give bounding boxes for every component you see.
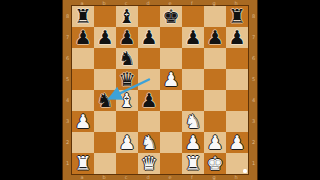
- black-rook[interactable]: ♜: [226, 6, 248, 27]
- coord-top-a: a: [71, 0, 93, 6]
- square-d3[interactable]: [138, 111, 160, 132]
- square-d6[interactable]: [138, 48, 160, 69]
- square-g5[interactable]: [204, 69, 226, 90]
- board-grid: ♜♝♚♜♟♟♟♟♟♟♟♞♛♟♞♝♟♟♞♟♞♟♟♟♜♛♜♚: [72, 6, 248, 174]
- white-pawn[interactable]: ♟: [72, 111, 94, 132]
- square-e4[interactable]: [160, 90, 182, 111]
- white-knight[interactable]: ♞: [182, 111, 204, 132]
- square-b2[interactable]: [94, 132, 116, 153]
- square-h7[interactable]: ♟: [226, 27, 248, 48]
- black-pawn[interactable]: ♟: [204, 27, 226, 48]
- coord-left-8: 8: [63, 13, 72, 19]
- coord-left-2: 2: [63, 139, 72, 145]
- black-bishop[interactable]: ♝: [116, 6, 138, 27]
- white-rook[interactable]: ♜: [72, 153, 94, 174]
- square-a3[interactable]: ♟: [72, 111, 94, 132]
- square-g3[interactable]: [204, 111, 226, 132]
- coord-bottom-e: e: [159, 174, 181, 180]
- square-g6[interactable]: [204, 48, 226, 69]
- square-f4[interactable]: [182, 90, 204, 111]
- black-king[interactable]: ♚: [160, 6, 182, 27]
- black-pawn[interactable]: ♟: [72, 27, 94, 48]
- square-g1[interactable]: ♚: [204, 153, 226, 174]
- square-b6[interactable]: [94, 48, 116, 69]
- square-a6[interactable]: [72, 48, 94, 69]
- square-c1[interactable]: [116, 153, 138, 174]
- coord-right-3: 3: [248, 118, 259, 124]
- coord-right-7: 7: [248, 34, 259, 40]
- square-e8[interactable]: ♚: [160, 6, 182, 27]
- square-b7[interactable]: ♟: [94, 27, 116, 48]
- square-d4[interactable]: ♟: [138, 90, 160, 111]
- square-g4[interactable]: [204, 90, 226, 111]
- coord-top-e: e: [159, 0, 181, 6]
- square-c5[interactable]: ♛: [116, 69, 138, 90]
- square-a8[interactable]: ♜: [72, 6, 94, 27]
- board-frame: ♜♝♚♜♟♟♟♟♟♟♟♞♛♟♞♝♟♟♞♟♞♟♟♟♜♛♜♚ abcdefgh ab…: [62, 0, 258, 180]
- square-d2[interactable]: ♞: [138, 132, 160, 153]
- square-h8[interactable]: ♜: [226, 6, 248, 27]
- coord-right-2: 2: [248, 139, 259, 145]
- square-f1[interactable]: ♜: [182, 153, 204, 174]
- square-d1[interactable]: ♛: [138, 153, 160, 174]
- coord-bottom-c: c: [115, 174, 137, 180]
- white-pawn[interactable]: ♟: [226, 132, 248, 153]
- square-a4[interactable]: [72, 90, 94, 111]
- square-d8[interactable]: [138, 6, 160, 27]
- coord-bottom-d: d: [137, 174, 159, 180]
- square-g8[interactable]: [204, 6, 226, 27]
- white-pawn[interactable]: ♟: [116, 132, 138, 153]
- black-pawn[interactable]: ♟: [116, 27, 138, 48]
- coord-left-6: 6: [63, 55, 72, 61]
- square-b5[interactable]: [94, 69, 116, 90]
- square-e6[interactable]: [160, 48, 182, 69]
- letterbox-background: { "game": "chess", "position": { "fen": …: [0, 0, 320, 180]
- black-pawn[interactable]: ♟: [94, 27, 116, 48]
- coord-bottom-f: f: [181, 174, 203, 180]
- coord-top-c: c: [115, 0, 137, 6]
- white-pawn[interactable]: ♟: [204, 132, 226, 153]
- white-rook[interactable]: ♜: [182, 153, 204, 174]
- square-e2[interactable]: [160, 132, 182, 153]
- square-e5[interactable]: ♟: [160, 69, 182, 90]
- coord-top-b: b: [93, 0, 115, 6]
- coord-bottom-h: h: [225, 174, 247, 180]
- square-f3[interactable]: ♞: [182, 111, 204, 132]
- black-knight[interactable]: ♞: [116, 48, 138, 69]
- white-bishop[interactable]: ♝: [116, 90, 138, 111]
- square-a2[interactable]: [72, 132, 94, 153]
- coord-right-5: 5: [248, 76, 259, 82]
- square-a5[interactable]: [72, 69, 94, 90]
- black-pawn[interactable]: ♟: [138, 90, 160, 111]
- square-c7[interactable]: ♟: [116, 27, 138, 48]
- square-e7[interactable]: [160, 27, 182, 48]
- status-dot: [243, 169, 247, 173]
- coord-bottom-b: b: [93, 174, 115, 180]
- square-g2[interactable]: ♟: [204, 132, 226, 153]
- black-knight[interactable]: ♞: [94, 90, 116, 111]
- coord-right-6: 6: [248, 55, 259, 61]
- black-queen[interactable]: ♛: [116, 69, 138, 90]
- coord-top-g: g: [203, 0, 225, 6]
- square-f5[interactable]: [182, 69, 204, 90]
- coord-top-f: f: [181, 0, 203, 6]
- square-f7[interactable]: ♟: [182, 27, 204, 48]
- coord-left-5: 5: [63, 76, 72, 82]
- square-c6[interactable]: ♞: [116, 48, 138, 69]
- coord-left-7: 7: [63, 34, 72, 40]
- coord-left-3: 3: [63, 118, 72, 124]
- coord-right-4: 4: [248, 97, 259, 103]
- square-g7[interactable]: ♟: [204, 27, 226, 48]
- square-h5[interactable]: [226, 69, 248, 90]
- coord-bottom-g: g: [203, 174, 225, 180]
- square-h6[interactable]: [226, 48, 248, 69]
- coord-top-h: h: [225, 0, 247, 6]
- square-c3[interactable]: [116, 111, 138, 132]
- square-e3[interactable]: [160, 111, 182, 132]
- coord-bottom-a: a: [71, 174, 93, 180]
- black-pawn[interactable]: ♟: [138, 27, 160, 48]
- white-king[interactable]: ♚: [204, 153, 226, 174]
- coord-right-1: 1: [248, 160, 259, 166]
- square-d5[interactable]: [138, 69, 160, 90]
- square-h4[interactable]: [226, 90, 248, 111]
- square-e1[interactable]: [160, 153, 182, 174]
- square-c4[interactable]: ♝: [116, 90, 138, 111]
- square-d7[interactable]: ♟: [138, 27, 160, 48]
- square-b4[interactable]: ♞: [94, 90, 116, 111]
- square-f2[interactable]: ♟: [182, 132, 204, 153]
- coord-left-4: 4: [63, 97, 72, 103]
- square-b8[interactable]: [94, 6, 116, 27]
- square-h3[interactable]: [226, 111, 248, 132]
- coord-left-1: 1: [63, 160, 72, 166]
- white-pawn[interactable]: ♟: [182, 132, 204, 153]
- square-c8[interactable]: ♝: [116, 6, 138, 27]
- square-c2[interactable]: ♟: [116, 132, 138, 153]
- square-f8[interactable]: [182, 6, 204, 27]
- white-queen[interactable]: ♛: [138, 153, 160, 174]
- white-knight[interactable]: ♞: [138, 132, 160, 153]
- black-rook[interactable]: ♜: [72, 6, 94, 27]
- square-f6[interactable]: [182, 48, 204, 69]
- black-pawn[interactable]: ♟: [182, 27, 204, 48]
- coord-top-d: d: [137, 0, 159, 6]
- square-a7[interactable]: ♟: [72, 27, 94, 48]
- white-pawn[interactable]: ♟: [160, 69, 182, 90]
- square-h2[interactable]: ♟: [226, 132, 248, 153]
- square-b1[interactable]: [94, 153, 116, 174]
- black-pawn[interactable]: ♟: [226, 27, 248, 48]
- coord-right-8: 8: [248, 13, 259, 19]
- square-b3[interactable]: [94, 111, 116, 132]
- square-a1[interactable]: ♜: [72, 153, 94, 174]
